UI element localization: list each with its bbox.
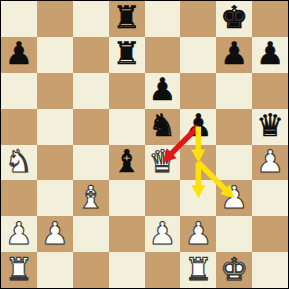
white-pawn-f2[interactable]: ♟ <box>184 218 212 249</box>
square-d8[interactable]: ♜ <box>109 1 145 37</box>
white-pawn-a2[interactable]: ♟ <box>5 218 33 249</box>
chess-board: ♜♚♟♜♟♟♟♞♟♛♞♝♛♟♝♟♟♟♟♟♜♜♚ <box>0 0 289 289</box>
square-e4[interactable]: ♛ <box>145 145 181 181</box>
square-h1[interactable] <box>252 252 288 288</box>
square-e6[interactable]: ♟ <box>145 73 181 109</box>
square-a3[interactable] <box>1 180 37 216</box>
square-e5[interactable]: ♞ <box>145 109 181 145</box>
square-b7[interactable] <box>37 37 73 73</box>
square-g4[interactable] <box>216 145 252 181</box>
square-a6[interactable] <box>1 73 37 109</box>
black-queen-h5[interactable]: ♛ <box>256 110 284 141</box>
square-c2[interactable] <box>73 216 109 252</box>
square-a4[interactable]: ♞ <box>1 145 37 181</box>
black-pawn-f5[interactable]: ♟ <box>184 110 212 141</box>
white-pawn-b2[interactable]: ♟ <box>41 218 69 249</box>
square-a8[interactable] <box>1 1 37 37</box>
square-f3[interactable] <box>180 180 216 216</box>
square-f8[interactable] <box>180 1 216 37</box>
square-d2[interactable] <box>109 216 145 252</box>
black-rook-d7[interactable]: ♜ <box>113 38 141 69</box>
square-b2[interactable]: ♟ <box>37 216 73 252</box>
square-c5[interactable] <box>73 109 109 145</box>
square-b5[interactable] <box>37 109 73 145</box>
square-d4[interactable]: ♝ <box>109 145 145 181</box>
black-knight-e5[interactable]: ♞ <box>149 110 177 141</box>
square-d6[interactable] <box>109 73 145 109</box>
square-g2[interactable] <box>216 216 252 252</box>
black-pawn-a7[interactable]: ♟ <box>5 38 33 69</box>
square-d3[interactable] <box>109 180 145 216</box>
black-king-g8[interactable]: ♚ <box>220 2 248 33</box>
square-f4[interactable] <box>180 145 216 181</box>
square-b8[interactable] <box>37 1 73 37</box>
square-h7[interactable]: ♟ <box>252 37 288 73</box>
black-pawn-g7[interactable]: ♟ <box>220 38 248 69</box>
square-b3[interactable] <box>37 180 73 216</box>
square-e8[interactable] <box>145 1 181 37</box>
square-h5[interactable]: ♛ <box>252 109 288 145</box>
black-pawn-e6[interactable]: ♟ <box>149 74 177 105</box>
square-e2[interactable]: ♟ <box>145 216 181 252</box>
square-c8[interactable] <box>73 1 109 37</box>
square-c7[interactable] <box>73 37 109 73</box>
square-g7[interactable]: ♟ <box>216 37 252 73</box>
square-e7[interactable] <box>145 37 181 73</box>
white-pawn-g3[interactable]: ♟ <box>220 182 248 213</box>
white-queen-e4[interactable]: ♛ <box>149 146 177 177</box>
square-b4[interactable] <box>37 145 73 181</box>
square-g6[interactable] <box>216 73 252 109</box>
square-e1[interactable] <box>145 252 181 288</box>
square-f5[interactable]: ♟ <box>180 109 216 145</box>
square-h6[interactable] <box>252 73 288 109</box>
square-a5[interactable] <box>1 109 37 145</box>
square-c3[interactable]: ♝ <box>73 180 109 216</box>
square-h8[interactable] <box>252 1 288 37</box>
white-pawn-e2[interactable]: ♟ <box>149 218 177 249</box>
square-h4[interactable]: ♟ <box>252 145 288 181</box>
square-f7[interactable] <box>180 37 216 73</box>
square-g3[interactable]: ♟ <box>216 180 252 216</box>
square-c6[interactable] <box>73 73 109 109</box>
square-c1[interactable] <box>73 252 109 288</box>
square-a1[interactable]: ♜ <box>1 252 37 288</box>
square-b6[interactable] <box>37 73 73 109</box>
square-d1[interactable] <box>109 252 145 288</box>
square-b1[interactable] <box>37 252 73 288</box>
square-a2[interactable]: ♟ <box>1 216 37 252</box>
white-rook-f1[interactable]: ♜ <box>184 254 212 285</box>
white-king-g1[interactable]: ♚ <box>220 254 248 285</box>
square-d7[interactable]: ♜ <box>109 37 145 73</box>
square-h2[interactable] <box>252 216 288 252</box>
square-h3[interactable] <box>252 180 288 216</box>
white-rook-a1[interactable]: ♜ <box>5 254 33 285</box>
square-f1[interactable]: ♜ <box>180 252 216 288</box>
board-grid: ♜♚♟♜♟♟♟♞♟♛♞♝♛♟♝♟♟♟♟♟♜♜♚ <box>1 1 288 288</box>
square-c4[interactable] <box>73 145 109 181</box>
square-g8[interactable]: ♚ <box>216 1 252 37</box>
white-bishop-c3[interactable]: ♝ <box>77 182 105 213</box>
black-pawn-h7[interactable]: ♟ <box>256 38 284 69</box>
square-g1[interactable]: ♚ <box>216 252 252 288</box>
square-f6[interactable] <box>180 73 216 109</box>
square-g5[interactable] <box>216 109 252 145</box>
white-knight-a4[interactable]: ♞ <box>5 146 33 177</box>
square-a7[interactable]: ♟ <box>1 37 37 73</box>
white-pawn-h4[interactable]: ♟ <box>256 146 284 177</box>
black-bishop-d4[interactable]: ♝ <box>113 146 141 177</box>
square-d5[interactable] <box>109 109 145 145</box>
black-rook-d8[interactable]: ♜ <box>113 2 141 33</box>
square-f2[interactable]: ♟ <box>180 216 216 252</box>
square-e3[interactable] <box>145 180 181 216</box>
